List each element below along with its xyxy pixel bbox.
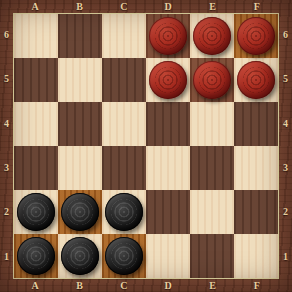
square-F6[interactable]: [234, 14, 278, 58]
black-piece-A2[interactable]: [17, 193, 55, 231]
square-C6[interactable]: [102, 14, 146, 58]
square-A3[interactable]: [14, 146, 58, 190]
rank-label-left-2: 2: [0, 190, 13, 234]
file-label-top-D: D: [146, 0, 190, 13]
square-C5[interactable]: [102, 58, 146, 102]
square-A6[interactable]: [14, 14, 58, 58]
square-B4[interactable]: [58, 102, 102, 146]
square-D6[interactable]: [146, 14, 190, 58]
red-piece-F6[interactable]: [237, 17, 275, 55]
square-F3[interactable]: [234, 146, 278, 190]
black-piece-C1[interactable]: [105, 237, 143, 275]
square-B2[interactable]: [58, 190, 102, 234]
rank-label-left-5: 5: [0, 57, 13, 101]
board[interactable]: [13, 13, 279, 279]
file-label-bottom-B: B: [57, 279, 101, 292]
square-E2[interactable]: [190, 190, 234, 234]
square-D4[interactable]: [146, 102, 190, 146]
square-F5[interactable]: [234, 58, 278, 102]
rank-label-right-1: 1: [279, 235, 292, 279]
file-label-bottom-D: D: [146, 279, 190, 292]
red-piece-D5[interactable]: [149, 61, 187, 99]
square-D5[interactable]: [146, 58, 190, 102]
rank-label-right-6: 6: [279, 13, 292, 57]
red-piece-E5[interactable]: [193, 61, 231, 99]
rank-label-left-3: 3: [0, 146, 13, 190]
square-A4[interactable]: [14, 102, 58, 146]
square-A1[interactable]: [14, 234, 58, 278]
rank-label-left-4: 4: [0, 102, 13, 146]
square-D1[interactable]: [146, 234, 190, 278]
square-E5[interactable]: [190, 58, 234, 102]
rank-label-right-4: 4: [279, 102, 292, 146]
square-C3[interactable]: [102, 146, 146, 190]
square-B1[interactable]: [58, 234, 102, 278]
square-A2[interactable]: [14, 190, 58, 234]
rank-labels-left: 654321: [0, 13, 13, 279]
file-label-bottom-E: E: [190, 279, 234, 292]
square-F2[interactable]: [234, 190, 278, 234]
file-label-bottom-C: C: [102, 279, 146, 292]
file-labels-bottom: ABCDEF: [13, 279, 279, 292]
square-F4[interactable]: [234, 102, 278, 146]
square-C1[interactable]: [102, 234, 146, 278]
black-piece-B2[interactable]: [61, 193, 99, 231]
rank-label-right-3: 3: [279, 146, 292, 190]
file-label-bottom-F: F: [235, 279, 279, 292]
black-piece-C2[interactable]: [105, 193, 143, 231]
file-label-top-C: C: [102, 0, 146, 13]
square-C2[interactable]: [102, 190, 146, 234]
checkers-app: ABCDEF ABCDEF 654321 654321: [0, 0, 292, 292]
square-D2[interactable]: [146, 190, 190, 234]
square-E6[interactable]: [190, 14, 234, 58]
rank-label-right-5: 5: [279, 57, 292, 101]
rank-label-left-1: 1: [0, 235, 13, 279]
rank-label-right-2: 2: [279, 190, 292, 234]
file-label-top-F: F: [235, 0, 279, 13]
file-label-top-E: E: [190, 0, 234, 13]
file-labels-top: ABCDEF: [13, 0, 279, 13]
file-label-top-B: B: [57, 0, 101, 13]
red-piece-D6[interactable]: [149, 17, 187, 55]
square-E1[interactable]: [190, 234, 234, 278]
square-E3[interactable]: [190, 146, 234, 190]
file-label-top-A: A: [13, 0, 57, 13]
square-C4[interactable]: [102, 102, 146, 146]
rank-label-left-6: 6: [0, 13, 13, 57]
black-piece-B1[interactable]: [61, 237, 99, 275]
black-piece-A1[interactable]: [17, 237, 55, 275]
red-piece-E6[interactable]: [193, 17, 231, 55]
square-B3[interactable]: [58, 146, 102, 190]
file-label-bottom-A: A: [13, 279, 57, 292]
square-E4[interactable]: [190, 102, 234, 146]
square-B5[interactable]: [58, 58, 102, 102]
square-B6[interactable]: [58, 14, 102, 58]
square-A5[interactable]: [14, 58, 58, 102]
red-piece-F5[interactable]: [237, 61, 275, 99]
square-F1[interactable]: [234, 234, 278, 278]
rank-labels-right: 654321: [279, 13, 292, 279]
square-D3[interactable]: [146, 146, 190, 190]
